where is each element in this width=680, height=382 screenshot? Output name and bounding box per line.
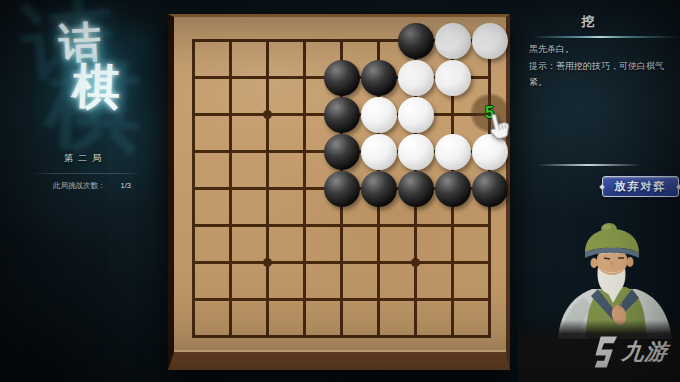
attempts-label: 此局挑战次数： <box>53 181 106 191</box>
board-cell[interactable] <box>175 207 212 244</box>
board-cell[interactable] <box>360 22 397 59</box>
board-cell[interactable] <box>175 96 212 133</box>
board-cell[interactable] <box>286 22 323 59</box>
board-cell[interactable] <box>434 59 471 96</box>
puzzle-hint: 提示：善用挖的技巧，可使白棋气紧。 <box>529 59 680 90</box>
star-point <box>263 110 272 119</box>
board-cell[interactable] <box>286 244 323 281</box>
board-cell[interactable] <box>249 281 286 318</box>
board-cell[interactable] <box>434 96 471 133</box>
board-cell[interactable] <box>471 59 508 96</box>
board-cell[interactable] <box>249 96 286 133</box>
board-cell[interactable] <box>175 170 212 207</box>
round-label: 第二局 <box>25 152 145 165</box>
board-cell[interactable] <box>397 281 434 318</box>
black-stone <box>324 60 360 96</box>
technique-title: 挖 <box>528 13 648 31</box>
star-point <box>263 258 272 267</box>
board-cell[interactable] <box>249 207 286 244</box>
board-cell[interactable] <box>323 170 360 207</box>
jiuyou-logo-text: 九游 <box>620 337 669 367</box>
board-cell[interactable] <box>360 207 397 244</box>
black-stone <box>361 60 397 96</box>
board-cell[interactable] <box>212 281 249 318</box>
white-stone <box>435 134 471 170</box>
star-point <box>411 258 420 267</box>
black-stone <box>361 171 397 207</box>
board-cell[interactable] <box>212 170 249 207</box>
board-cell[interactable] <box>397 22 434 59</box>
jiuyou-logo-glyph <box>592 334 618 370</box>
white-stone <box>435 60 471 96</box>
black-stone <box>398 171 434 207</box>
board-cell[interactable] <box>434 170 471 207</box>
board-cell[interactable] <box>249 244 286 281</box>
board-bevel-edge <box>174 350 506 352</box>
board-cell[interactable] <box>397 133 434 170</box>
board-cell[interactable] <box>360 96 397 133</box>
board-cell[interactable] <box>286 170 323 207</box>
white-stone <box>398 97 434 133</box>
black-stone <box>472 171 508 207</box>
board-cell[interactable] <box>175 244 212 281</box>
attempts-value: 1/3 <box>121 181 131 191</box>
board-cell[interactable] <box>212 207 249 244</box>
board-cell[interactable] <box>212 22 249 59</box>
board-cell[interactable] <box>360 244 397 281</box>
puzzle-title-calligraphy: 棋 <box>71 61 121 111</box>
board-cell[interactable] <box>286 59 323 96</box>
left-panel-divider <box>30 173 142 174</box>
white-stone <box>398 60 434 96</box>
board-cell[interactable] <box>360 170 397 207</box>
board-cell[interactable] <box>397 244 434 281</box>
panel-divider <box>537 164 641 166</box>
puzzle-objective: 黑先杀白。 <box>529 43 679 56</box>
game-screen: 诘 棋 诘 棋 第二局 此局挑战次数： 1/3 5 挖 黑先杀白。 提示：善用挖… <box>0 0 680 382</box>
board-cell[interactable] <box>323 281 360 318</box>
board-cell[interactable] <box>323 59 360 96</box>
board-cell[interactable] <box>397 207 434 244</box>
board-cell[interactable] <box>360 281 397 318</box>
give-up-button[interactable]: 放弃对弈 <box>602 176 679 197</box>
board-cell[interactable] <box>175 281 212 318</box>
board-cell[interactable] <box>212 244 249 281</box>
attempts-row: 此局挑战次数： 1/3 <box>53 181 131 191</box>
board-cell[interactable] <box>434 244 471 281</box>
black-stone <box>324 97 360 133</box>
board-cell[interactable] <box>471 22 508 59</box>
white-stone <box>361 134 397 170</box>
black-stone <box>324 134 360 170</box>
go-grid: 5 <box>175 22 508 355</box>
board-cell[interactable] <box>212 133 249 170</box>
board-cell[interactable] <box>286 281 323 318</box>
board-cell[interactable] <box>323 207 360 244</box>
board-cell[interactable] <box>434 207 471 244</box>
board-cell[interactable] <box>249 59 286 96</box>
go-board: 5 <box>168 14 510 370</box>
black-stone <box>435 171 471 207</box>
board-cell[interactable] <box>286 133 323 170</box>
black-stone <box>324 171 360 207</box>
board-cell[interactable] <box>397 170 434 207</box>
board-cell[interactable] <box>323 96 360 133</box>
board-cell[interactable] <box>249 22 286 59</box>
black-stone <box>398 23 434 59</box>
board-cell[interactable] <box>434 281 471 318</box>
board-cell[interactable] <box>434 22 471 59</box>
board-cell[interactable] <box>323 244 360 281</box>
board-cell[interactable] <box>286 96 323 133</box>
board-cell[interactable] <box>175 133 212 170</box>
white-stone <box>472 23 508 59</box>
board-cell[interactable] <box>212 96 249 133</box>
board-cell[interactable] <box>360 133 397 170</box>
board-cell[interactable] <box>471 170 508 207</box>
white-stone <box>435 23 471 59</box>
board-cell[interactable] <box>212 59 249 96</box>
board-cell[interactable] <box>286 207 323 244</box>
board-cell[interactable] <box>471 207 508 244</box>
board-cell[interactable] <box>249 170 286 207</box>
board-cell[interactable] <box>249 133 286 170</box>
board-cell[interactable] <box>434 133 471 170</box>
board-cell[interactable] <box>175 22 212 59</box>
board-cell[interactable] <box>397 59 434 96</box>
board-cell[interactable] <box>360 59 397 96</box>
board-cell[interactable] <box>323 22 360 59</box>
board-cell[interactable] <box>397 96 434 133</box>
title-divider <box>532 36 680 38</box>
board-cell[interactable] <box>471 281 508 318</box>
jiuyou-logo: 九游 <box>592 334 668 370</box>
board-cell[interactable] <box>471 244 508 281</box>
board-cell[interactable] <box>323 133 360 170</box>
white-stone <box>361 97 397 133</box>
white-stone <box>398 134 434 170</box>
logo-band: 九游 <box>518 320 680 382</box>
board-cell[interactable] <box>175 59 212 96</box>
